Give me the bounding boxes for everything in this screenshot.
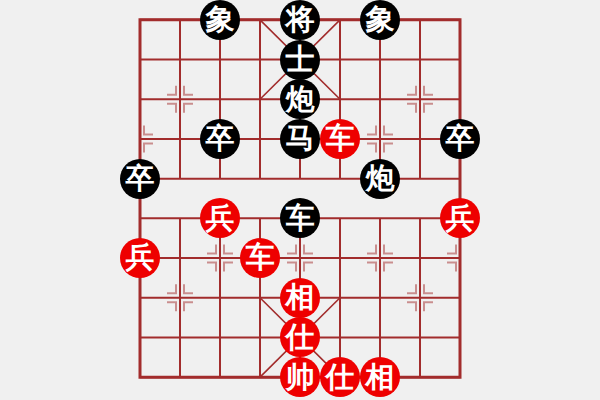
piece-red-pawn-3[interactable]: 兵 [120,238,160,278]
piece-black-cannon-right[interactable]: 炮 [360,159,400,199]
piece-black-cannon-center[interactable]: 炮 [280,79,320,119]
piece-red-chariot-1[interactable]: 车 [320,119,360,159]
piece-red-advisor-right[interactable]: 仕 [320,357,360,397]
piece-red-elephant-right[interactable]: 相 [360,357,400,397]
piece-red-pawn-2[interactable]: 兵 [440,198,480,238]
piece-black-horse[interactable]: 马 [280,119,320,159]
piece-black-soldier-3[interactable]: 卒 [120,159,160,199]
piece-layer: 象将象士炮卒马车卒卒炮兵车兵兵车相仕帅仕相 [120,0,480,397]
piece-black-elephant-right[interactable]: 象 [360,0,400,40]
piece-black-chariot[interactable]: 车 [280,198,320,238]
piece-red-general[interactable]: 帅 [280,357,320,397]
piece-black-advisor[interactable]: 士 [280,40,320,80]
piece-black-elephant-left[interactable]: 象 [200,0,240,40]
piece-black-soldier-2[interactable]: 卒 [440,119,480,159]
piece-red-advisor-center[interactable]: 仕 [280,317,320,357]
piece-black-soldier-1[interactable]: 卒 [200,119,240,159]
piece-black-general[interactable]: 将 [280,0,320,40]
piece-red-chariot-2[interactable]: 车 [240,238,280,278]
piece-red-pawn-1[interactable]: 兵 [200,198,240,238]
xiangqi-board: 象将象士炮卒马车卒卒炮兵车兵兵车相仕帅仕相 [0,0,600,400]
piece-red-elephant-center[interactable]: 相 [280,278,320,318]
